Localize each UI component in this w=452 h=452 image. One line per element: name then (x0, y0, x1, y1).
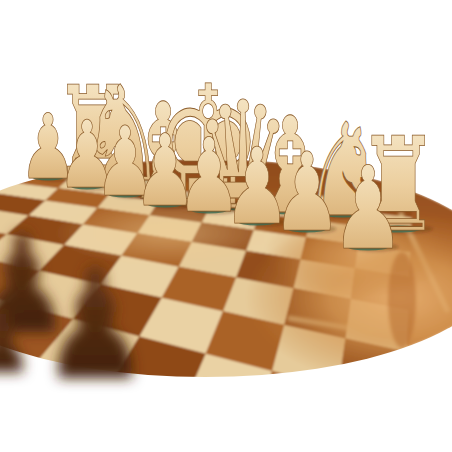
black-pawn-blurred-2: ♟ (0, 291, 33, 393)
black-pawn-blurred-1: ♟ (40, 236, 150, 415)
black-foreground-pieces: ♟♟♟ (0, 204, 150, 415)
chess-board-photo-canvas: ♜♞♝♚♛♝♞♜♟♟♟♟♟♟♟♟ ♟♟♟ (0, 0, 452, 452)
white-pawn-a2: ♟ (331, 141, 405, 275)
chess-set-photo: ♜♞♝♚♛♝♞♜♟♟♟♟♟♟♟♟ ♟♟♟ (0, 0, 452, 452)
